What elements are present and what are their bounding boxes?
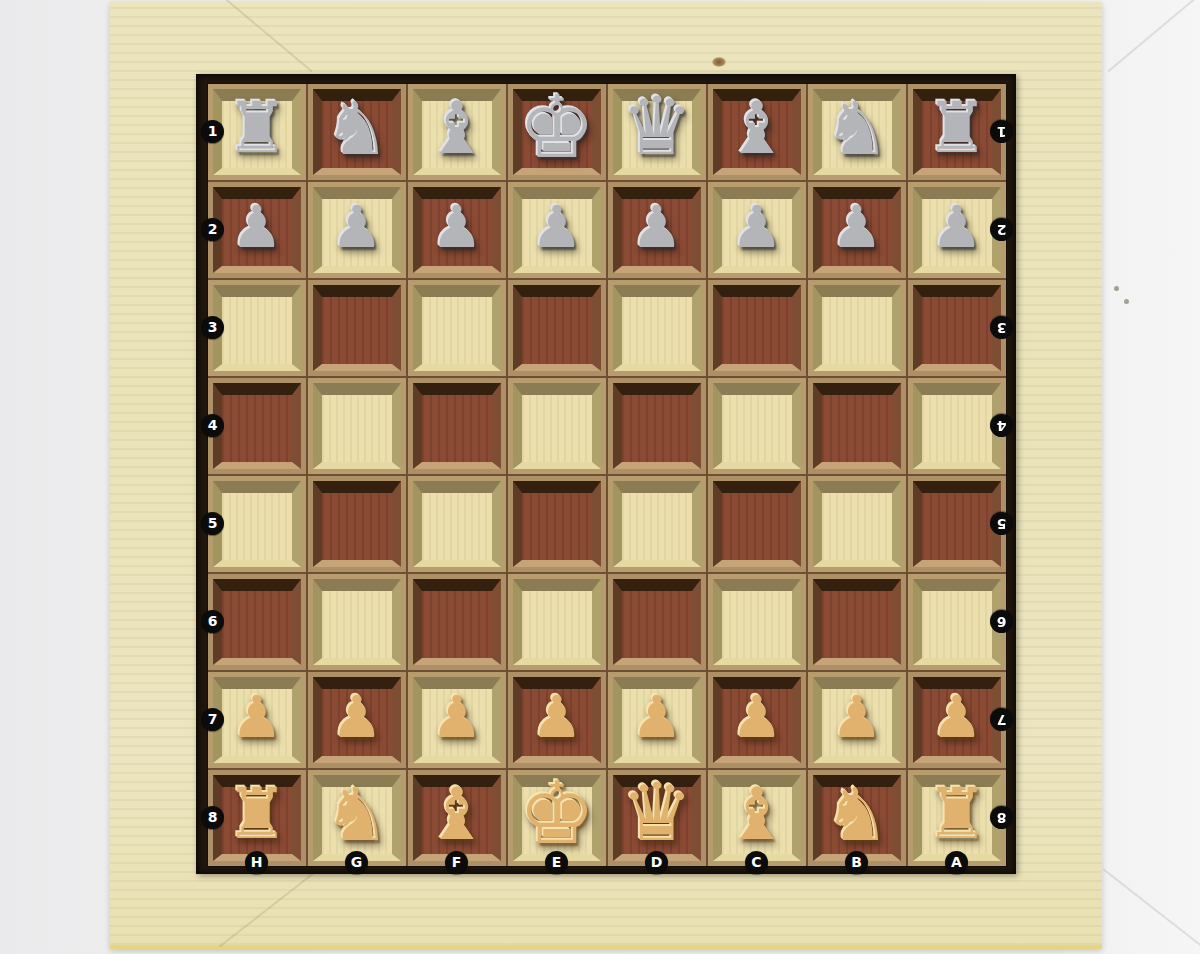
square-f2[interactable]: ♟	[408, 182, 506, 278]
square-inset	[913, 579, 1001, 665]
square-f1[interactable]: ♝	[408, 84, 506, 180]
rank-label-left-5: 5	[201, 512, 224, 535]
frame-mitre-seam	[1103, 868, 1200, 947]
square-inset	[313, 383, 401, 469]
square-inset	[813, 481, 901, 567]
silver-rook-h1[interactable]: ♜	[226, 93, 289, 163]
rank-label-right-2: 2	[990, 218, 1013, 241]
square-c6[interactable]	[708, 574, 806, 670]
square-inset	[713, 579, 801, 665]
silver-queen-d1[interactable]: ♛	[621, 87, 693, 167]
square-c4[interactable]	[708, 378, 806, 474]
square-inset	[713, 285, 801, 371]
square-inset	[913, 285, 1001, 371]
square-inset	[213, 285, 301, 371]
square-h8[interactable]: 8H♜	[208, 770, 306, 866]
rank-label-left-1: 1	[201, 120, 224, 143]
square-inset	[313, 481, 401, 567]
square-c8[interactable]: C♝	[708, 770, 806, 866]
square-inset	[813, 579, 901, 665]
wood-rook-h8[interactable]: ♜	[226, 779, 289, 849]
square-inset	[613, 383, 701, 469]
square-inset	[613, 481, 701, 567]
square-f8[interactable]: F♝	[408, 770, 506, 866]
square-inset	[513, 383, 601, 469]
square-inset	[513, 285, 601, 371]
square-h3[interactable]: 3	[208, 280, 306, 376]
silver-knight-g1[interactable]: ♞	[324, 91, 390, 165]
square-inset	[513, 579, 601, 665]
square-inset	[613, 285, 701, 371]
chess-board: 1♜♞♝♚♛♝♞1♜2♟♟♟♟♟♟♟2♟334455667♟♟♟♟♟♟♟7♟8H…	[196, 74, 1016, 874]
square-f6[interactable]	[408, 574, 506, 670]
silver-pawn-c2[interactable]: ♟	[731, 198, 783, 256]
square-inset	[413, 285, 501, 371]
square-b2[interactable]: ♟	[808, 182, 906, 278]
square-h7[interactable]: 7♟	[208, 672, 306, 768]
square-d4[interactable]	[608, 378, 706, 474]
rank-label-right-3: 3	[990, 316, 1013, 339]
wood-pawn-e7[interactable]: ♟	[531, 688, 583, 746]
square-d1[interactable]: ♛	[608, 84, 706, 180]
square-e3[interactable]	[508, 280, 606, 376]
silver-pawn-a2[interactable]: ♟	[931, 198, 983, 256]
square-a3[interactable]: 3	[908, 280, 1006, 376]
silver-pawn-g2[interactable]: ♟	[331, 198, 383, 256]
square-d6[interactable]	[608, 574, 706, 670]
wood-pawn-c7[interactable]: ♟	[731, 688, 783, 746]
rank-label-right-4: 4	[990, 414, 1013, 437]
silver-pawn-h2[interactable]: ♟	[231, 198, 283, 256]
rank-label-left-4: 4	[201, 414, 224, 437]
square-inset	[713, 481, 801, 567]
square-h5[interactable]: 5	[208, 476, 306, 572]
square-g3[interactable]	[308, 280, 406, 376]
wood-blemish	[1124, 299, 1129, 304]
square-inset	[613, 579, 701, 665]
square-a6[interactable]: 6	[908, 574, 1006, 670]
wood-king-e8[interactable]: ♚	[518, 770, 595, 856]
square-e5[interactable]	[508, 476, 606, 572]
rank-label-right-6: 6	[990, 610, 1013, 633]
square-g1[interactable]: ♞	[308, 84, 406, 180]
rank-label-left-7: 7	[201, 708, 224, 731]
square-f3[interactable]	[408, 280, 506, 376]
square-h1[interactable]: 1♜	[208, 84, 306, 180]
square-f5[interactable]	[408, 476, 506, 572]
square-c3[interactable]	[708, 280, 806, 376]
square-a2[interactable]: 2♟	[908, 182, 1006, 278]
rank-label-right-8: 8	[990, 806, 1013, 829]
square-b5[interactable]	[808, 476, 906, 572]
photo-background: 1♜♞♝♚♛♝♞1♜2♟♟♟♟♟♟♟2♟334455667♟♟♟♟♟♟♟7♟8H…	[0, 0, 1200, 954]
rank-label-right-5: 5	[990, 512, 1013, 535]
square-b3[interactable]	[808, 280, 906, 376]
wood-knight-g8[interactable]: ♞	[324, 777, 390, 851]
square-c7[interactable]: ♟	[708, 672, 806, 768]
wood-bishop-c8[interactable]: ♝	[725, 778, 790, 850]
square-a4[interactable]: 4	[908, 378, 1006, 474]
wood-knight-b8[interactable]: ♞	[824, 777, 890, 851]
square-inset	[213, 481, 301, 567]
square-inset	[313, 285, 401, 371]
silver-pawn-e2[interactable]: ♟	[531, 198, 583, 256]
wood-pawn-f7[interactable]: ♟	[431, 688, 483, 746]
square-e1[interactable]: ♚	[508, 84, 606, 180]
square-inset	[513, 481, 601, 567]
square-c1[interactable]: ♝	[708, 84, 806, 180]
square-inset	[713, 383, 801, 469]
frame-mitre-seam	[1107, 0, 1200, 72]
square-inset	[813, 285, 901, 371]
square-a5[interactable]: 5	[908, 476, 1006, 572]
square-g7[interactable]: ♟	[308, 672, 406, 768]
square-a8[interactable]: 8A♜	[908, 770, 1006, 866]
square-d7[interactable]: ♟	[608, 672, 706, 768]
square-e7[interactable]: ♟	[508, 672, 606, 768]
chess-board-grid: 1♜♞♝♚♛♝♞1♜2♟♟♟♟♟♟♟2♟334455667♟♟♟♟♟♟♟7♟8H…	[207, 83, 1007, 867]
silver-knight-b1[interactable]: ♞	[824, 91, 890, 165]
square-inset	[913, 383, 1001, 469]
wood-knot	[712, 57, 726, 67]
silver-pawn-d2[interactable]: ♟	[631, 198, 683, 256]
wood-rook-a8[interactable]: ♜	[926, 779, 989, 849]
square-f4[interactable]	[408, 378, 506, 474]
square-b8[interactable]: B♞	[808, 770, 906, 866]
square-inset	[813, 383, 901, 469]
square-b7[interactable]: ♟	[808, 672, 906, 768]
wood-pawn-a7[interactable]: ♟	[931, 688, 983, 746]
square-c5[interactable]	[708, 476, 806, 572]
silver-rook-a1[interactable]: ♜	[926, 93, 989, 163]
square-e8[interactable]: E♚	[508, 770, 606, 866]
wood-blemish	[1114, 286, 1119, 291]
square-g2[interactable]: ♟	[308, 182, 406, 278]
square-g5[interactable]	[308, 476, 406, 572]
wood-pawn-g7[interactable]: ♟	[331, 688, 383, 746]
rank-label-right-1: 1	[990, 120, 1013, 143]
silver-king-e1[interactable]: ♚	[518, 84, 595, 170]
square-g4[interactable]	[308, 378, 406, 474]
square-b4[interactable]	[808, 378, 906, 474]
square-h2[interactable]: 2♟	[208, 182, 306, 278]
silver-bishop-c1[interactable]: ♝	[725, 92, 790, 164]
square-b1[interactable]: ♞	[808, 84, 906, 180]
frame-mitre-seam	[219, 868, 320, 947]
silver-pawn-f2[interactable]: ♟	[431, 198, 483, 256]
square-f7[interactable]: ♟	[408, 672, 506, 768]
square-d8[interactable]: D♛	[608, 770, 706, 866]
square-c2[interactable]: ♟	[708, 182, 806, 278]
wood-pawn-b7[interactable]: ♟	[831, 688, 883, 746]
square-d5[interactable]	[608, 476, 706, 572]
silver-bishop-f1[interactable]: ♝	[425, 92, 490, 164]
wood-queen-d8[interactable]: ♛	[621, 773, 693, 853]
square-g6[interactable]	[308, 574, 406, 670]
square-inset	[413, 383, 501, 469]
frame-mitre-seam	[219, 0, 312, 72]
square-inset	[413, 579, 501, 665]
wood-pawn-d7[interactable]: ♟	[631, 688, 683, 746]
wood-pawn-h7[interactable]: ♟	[231, 688, 283, 746]
square-inset	[313, 579, 401, 665]
square-inset	[213, 383, 301, 469]
square-h6[interactable]: 6	[208, 574, 306, 670]
square-inset	[213, 579, 301, 665]
square-inset	[413, 481, 501, 567]
square-e6[interactable]	[508, 574, 606, 670]
rank-label-left-3: 3	[201, 316, 224, 339]
square-d2[interactable]: ♟	[608, 182, 706, 278]
square-a1[interactable]: 1♜	[908, 84, 1006, 180]
square-g8[interactable]: G♞	[308, 770, 406, 866]
square-a7[interactable]: 7♟	[908, 672, 1006, 768]
rank-label-left-6: 6	[201, 610, 224, 633]
rank-label-right-7: 7	[990, 708, 1013, 731]
rank-label-left-8: 8	[201, 806, 224, 829]
wood-bishop-f8[interactable]: ♝	[425, 778, 490, 850]
square-b6[interactable]	[808, 574, 906, 670]
square-d3[interactable]	[608, 280, 706, 376]
square-h4[interactable]: 4	[208, 378, 306, 474]
silver-pawn-b2[interactable]: ♟	[831, 198, 883, 256]
square-inset	[913, 481, 1001, 567]
square-e2[interactable]: ♟	[508, 182, 606, 278]
square-e4[interactable]	[508, 378, 606, 474]
rank-label-left-2: 2	[201, 218, 224, 241]
